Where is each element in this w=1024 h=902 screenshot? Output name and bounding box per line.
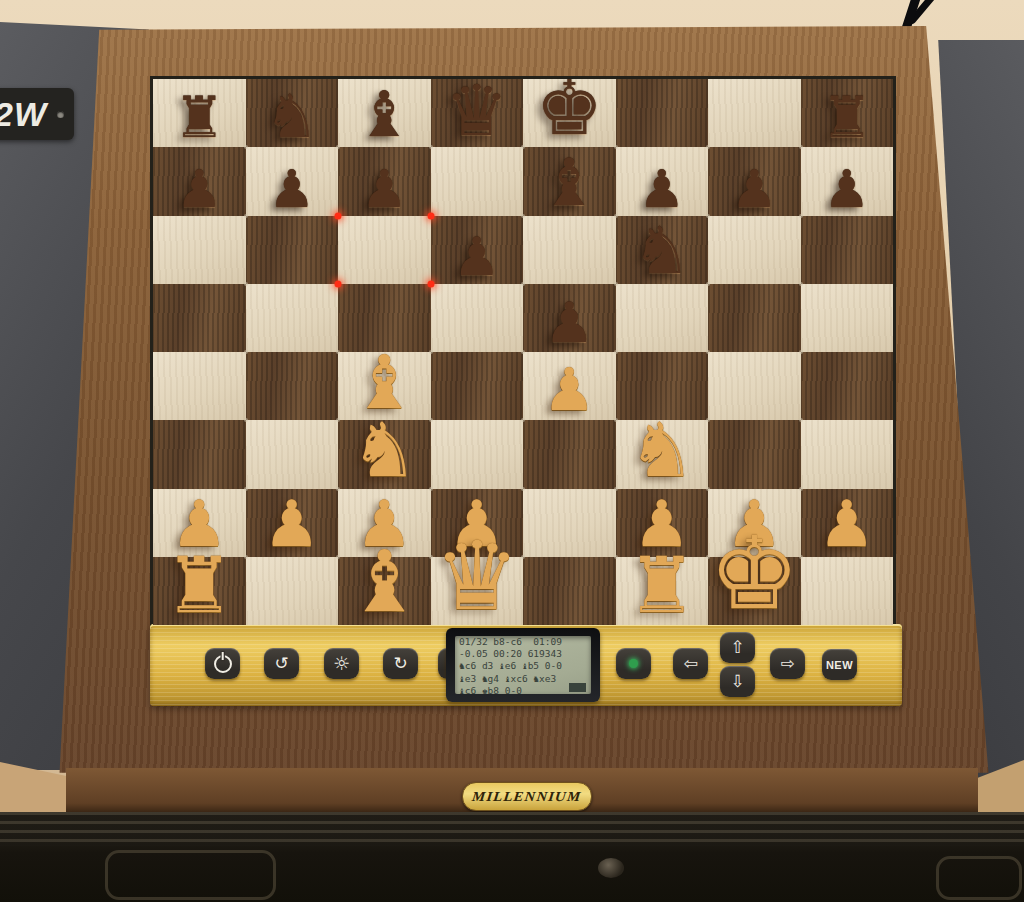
square-g4[interactable] bbox=[708, 352, 801, 420]
sensor-dot bbox=[614, 487, 618, 491]
lcd-display: 01/32 b8-c6 01:09 -0.05 00:20 619343 ♞c6… bbox=[446, 628, 600, 702]
bulb-icon: ☼ bbox=[333, 654, 350, 673]
sensor-dot bbox=[521, 282, 525, 286]
square-d4[interactable] bbox=[431, 352, 524, 420]
white-pawn-d2[interactable]: ♟ bbox=[431, 492, 524, 556]
sensor-dot bbox=[799, 145, 803, 149]
sensor-dot bbox=[706, 214, 710, 218]
sensor-dot bbox=[336, 555, 340, 559]
white-rook-a1[interactable]: ♜ bbox=[153, 547, 246, 624]
sensor-dot bbox=[706, 487, 710, 491]
sensor-dot bbox=[614, 350, 618, 354]
sensor-dot bbox=[336, 350, 340, 354]
square-f7[interactable]: ♟ bbox=[616, 147, 709, 215]
move-led-c6 bbox=[335, 280, 342, 287]
move-led-c6 bbox=[335, 212, 342, 219]
square-f3[interactable]: ♞ bbox=[616, 420, 709, 488]
sensor-dot bbox=[614, 555, 618, 559]
square-c8[interactable]: ♝ bbox=[338, 79, 431, 147]
square-g6[interactable] bbox=[708, 216, 801, 284]
white-knight-c3[interactable]: ♞ bbox=[338, 413, 431, 488]
square-a6[interactable] bbox=[153, 216, 246, 284]
move-led-c6 bbox=[427, 280, 434, 287]
sensor-dot bbox=[244, 418, 248, 422]
square-f4[interactable] bbox=[616, 352, 709, 420]
lcd-line-2: -0.05 00:20 619343 bbox=[455, 648, 591, 660]
black-pawn-g7[interactable]: ♟ bbox=[708, 163, 801, 215]
chess-board: ♜♞♝♛♚♜♟♟♟♝♟♟♟♟♞♟♝♟♞♞♟♟♟♟♟♟♟♜♝♛♜♚ bbox=[150, 76, 896, 628]
black-pawn-a7[interactable]: ♟ bbox=[153, 163, 246, 215]
square-h6[interactable] bbox=[801, 216, 894, 284]
sensor-dot bbox=[614, 418, 618, 422]
square-a7[interactable]: ♟ bbox=[153, 147, 246, 215]
sensor-dot bbox=[799, 350, 803, 354]
power-button[interactable] bbox=[205, 648, 240, 679]
square-c2[interactable]: ♟ bbox=[338, 489, 431, 557]
square-h5[interactable] bbox=[801, 284, 894, 352]
square-b7[interactable]: ♟ bbox=[246, 147, 339, 215]
sensor-dot bbox=[706, 145, 710, 149]
white-knight-f3[interactable]: ♞ bbox=[616, 413, 709, 488]
up-button[interactable]: ⇧ bbox=[720, 632, 755, 663]
square-g7[interactable]: ♟ bbox=[708, 147, 801, 215]
down-button[interactable]: ⇩ bbox=[720, 666, 755, 697]
square-g1[interactable]: ♚ bbox=[708, 557, 801, 625]
square-c4[interactable]: ♝ bbox=[338, 352, 431, 420]
black-pawn-e5[interactable]: ♟ bbox=[523, 295, 616, 351]
sensor-dot bbox=[799, 282, 803, 286]
square-f1[interactable]: ♜ bbox=[616, 557, 709, 625]
sensor-dot bbox=[244, 555, 248, 559]
lcd-screen: 01/32 b8-c6 01:09 -0.05 00:20 619343 ♞c6… bbox=[455, 636, 591, 694]
white-bishop-c4[interactable]: ♝ bbox=[338, 345, 431, 419]
left-arrow-icon: ⇦ bbox=[683, 655, 697, 672]
sensor-dot bbox=[706, 350, 710, 354]
sensor-dot bbox=[244, 487, 248, 491]
control-panel: ↺☼↻ 01/32 b8-c6 01:09 -0.05 00:20 619343… bbox=[150, 624, 902, 706]
sensor-dot bbox=[336, 487, 340, 491]
hint-button[interactable]: ☼ bbox=[324, 648, 359, 679]
black-pawn-f7[interactable]: ♟ bbox=[616, 163, 709, 215]
square-e3[interactable] bbox=[523, 420, 616, 488]
square-g8[interactable] bbox=[708, 79, 801, 147]
square-g2[interactable]: ♟ bbox=[708, 489, 801, 557]
square-e5[interactable]: ♟ bbox=[523, 284, 616, 352]
square-f8[interactable] bbox=[616, 79, 709, 147]
right-button[interactable]: ⇨ bbox=[770, 648, 805, 679]
white-pawn-b2[interactable]: ♟ bbox=[246, 492, 339, 556]
up-arrow-icon: ⇧ bbox=[730, 639, 744, 656]
square-d3[interactable] bbox=[431, 420, 524, 488]
square-g5[interactable] bbox=[708, 284, 801, 352]
square-b4[interactable] bbox=[246, 352, 339, 420]
square-a1[interactable]: ♜ bbox=[153, 557, 246, 625]
scene: 2W MILLENNIUM ♜♞♝♛♚♜♟♟♟♝♟♟♟♟♞♟♝♟♞♞♟♟♟♟♟♟… bbox=[0, 0, 1024, 902]
case-ridges bbox=[0, 812, 1024, 846]
black-pawn-d6[interactable]: ♟ bbox=[431, 230, 524, 283]
square-e4[interactable]: ♟ bbox=[523, 352, 616, 420]
green-led-button[interactable] bbox=[616, 648, 651, 679]
sensor-dot bbox=[429, 350, 433, 354]
black-pawn-h7[interactable]: ♟ bbox=[801, 163, 894, 215]
square-g3[interactable] bbox=[708, 420, 801, 488]
takeback-button[interactable]: ↺ bbox=[264, 648, 299, 679]
sensor-dot bbox=[244, 214, 248, 218]
sensor-dot bbox=[614, 145, 618, 149]
sensor-dot bbox=[799, 555, 803, 559]
square-f2[interactable]: ♟ bbox=[616, 489, 709, 557]
square-e6[interactable] bbox=[523, 216, 616, 284]
square-b6[interactable] bbox=[246, 216, 339, 284]
undo-arrow-icon: ↺ bbox=[274, 655, 288, 672]
white-pawn-h2[interactable]: ♟ bbox=[801, 492, 894, 556]
screw-icon bbox=[57, 111, 64, 118]
sensor-dot bbox=[799, 487, 803, 491]
lcd-line-1: 01/32 b8-c6 01:09 bbox=[455, 636, 591, 648]
brand-label: MILLENNIUM bbox=[472, 789, 583, 805]
square-a2[interactable]: ♟ bbox=[153, 489, 246, 557]
power-icon bbox=[214, 655, 232, 673]
square-c3[interactable]: ♞ bbox=[338, 420, 431, 488]
sensor-dot bbox=[429, 487, 433, 491]
square-h4[interactable] bbox=[801, 352, 894, 420]
square-a4[interactable] bbox=[153, 352, 246, 420]
lcd-cursor bbox=[569, 683, 586, 692]
white-rook-f1[interactable]: ♜ bbox=[616, 547, 709, 624]
square-f6[interactable]: ♞ bbox=[616, 216, 709, 284]
square-c7[interactable]: ♟ bbox=[338, 147, 431, 215]
black-rook-a8[interactable]: ♜ bbox=[153, 89, 246, 146]
white-pawn-a2[interactable]: ♟ bbox=[153, 492, 246, 556]
white-pawn-c2[interactable]: ♟ bbox=[338, 492, 431, 556]
square-b8[interactable]: ♞ bbox=[246, 79, 339, 147]
left-button[interactable]: ⇦ bbox=[673, 648, 708, 679]
square-b2[interactable]: ♟ bbox=[246, 489, 339, 557]
sensor-dot bbox=[706, 418, 710, 422]
square-e7[interactable]: ♝ bbox=[523, 147, 616, 215]
sensor-dot bbox=[521, 145, 525, 149]
sensor-dot bbox=[521, 214, 525, 218]
model-plate: 2W bbox=[0, 88, 74, 140]
sensor-dot bbox=[706, 555, 710, 559]
redo-arrow-icon: ↻ bbox=[393, 655, 407, 672]
square-h7[interactable]: ♟ bbox=[801, 147, 894, 215]
square-c6[interactable] bbox=[338, 216, 431, 284]
square-a8[interactable]: ♜ bbox=[153, 79, 246, 147]
move-led-c6 bbox=[427, 212, 434, 219]
black-bishop-e7[interactable]: ♝ bbox=[523, 150, 616, 215]
case-latch-right bbox=[936, 856, 1022, 900]
square-b3[interactable] bbox=[246, 420, 339, 488]
square-a5[interactable] bbox=[153, 284, 246, 352]
black-knight-f6[interactable]: ♞ bbox=[616, 218, 709, 283]
black-queen-d8[interactable]: ♛ bbox=[431, 76, 524, 146]
forward-button[interactable]: ↻ bbox=[383, 648, 418, 679]
square-d2[interactable]: ♟ bbox=[431, 489, 524, 557]
square-b1[interactable] bbox=[246, 557, 339, 625]
new-button[interactable]: NEW bbox=[822, 649, 857, 680]
sensor-dot bbox=[244, 145, 248, 149]
square-h8[interactable]: ♜ bbox=[801, 79, 894, 147]
sensor-dot bbox=[429, 418, 433, 422]
sensor-dot bbox=[521, 487, 525, 491]
lcd-line-3: ♞c6 d3 ♝e6 ♝b5 0-0 bbox=[455, 660, 591, 672]
square-c5[interactable] bbox=[338, 284, 431, 352]
green-dot-icon bbox=[629, 659, 638, 668]
model-plate-label: 2W bbox=[0, 95, 47, 134]
white-pawn-f2[interactable]: ♟ bbox=[616, 492, 709, 556]
square-d6[interactable]: ♟ bbox=[431, 216, 524, 284]
black-pawn-c7[interactable]: ♟ bbox=[338, 163, 431, 215]
sensor-dot bbox=[244, 350, 248, 354]
square-h1[interactable] bbox=[801, 557, 894, 625]
sensor-dot bbox=[336, 145, 340, 149]
black-bishop-c8[interactable]: ♝ bbox=[338, 83, 431, 146]
black-rook-h8[interactable]: ♜ bbox=[801, 89, 894, 146]
right-arrow-icon: ⇨ bbox=[780, 655, 794, 672]
square-f5[interactable] bbox=[616, 284, 709, 352]
square-c1[interactable]: ♝ bbox=[338, 557, 431, 625]
white-pawn-g2[interactable]: ♟ bbox=[708, 492, 801, 556]
millennium-plaque: MILLENNIUM bbox=[462, 782, 592, 811]
square-e8[interactable]: ♚ bbox=[523, 79, 616, 147]
sensor-dot bbox=[799, 214, 803, 218]
sensor-dot bbox=[244, 282, 248, 286]
sensor-dot bbox=[429, 555, 433, 559]
sensor-dot bbox=[521, 350, 525, 354]
black-pawn-b7[interactable]: ♟ bbox=[246, 163, 339, 215]
black-knight-b8[interactable]: ♞ bbox=[246, 86, 339, 146]
square-a3[interactable] bbox=[153, 420, 246, 488]
sensor-dot bbox=[614, 282, 618, 286]
case-latch-left bbox=[105, 850, 276, 900]
sensor-dot bbox=[706, 282, 710, 286]
square-d1[interactable]: ♛ bbox=[431, 557, 524, 625]
sensor-dot bbox=[799, 418, 803, 422]
square-b5[interactable] bbox=[246, 284, 339, 352]
square-d7[interactable] bbox=[431, 147, 524, 215]
square-e1[interactable] bbox=[523, 557, 616, 625]
square-e2[interactable] bbox=[523, 489, 616, 557]
sensor-dot bbox=[521, 418, 525, 422]
white-pawn-e4[interactable]: ♟ bbox=[523, 360, 616, 419]
sensor-dot bbox=[614, 214, 618, 218]
square-h2[interactable]: ♟ bbox=[801, 489, 894, 557]
bottom-case bbox=[0, 812, 1024, 902]
sensor-dot bbox=[429, 145, 433, 149]
black-king-e8[interactable]: ♚ bbox=[523, 71, 616, 146]
case-rivet bbox=[598, 858, 624, 878]
down-arrow-icon: ⇩ bbox=[730, 673, 744, 690]
square-d5[interactable] bbox=[431, 284, 524, 352]
square-d8[interactable]: ♛ bbox=[431, 79, 524, 147]
sensor-dot bbox=[336, 418, 340, 422]
square-h3[interactable] bbox=[801, 420, 894, 488]
sensor-dot bbox=[521, 555, 525, 559]
